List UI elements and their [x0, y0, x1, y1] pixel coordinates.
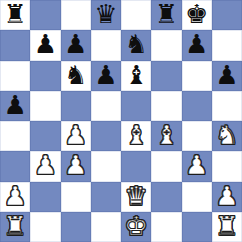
square-f1[interactable]	[151, 212, 181, 242]
square-c3[interactable]: ♟	[61, 151, 91, 181]
square-f3[interactable]	[151, 151, 181, 181]
white-pawn[interactable]: ♟	[64, 122, 87, 148]
square-h6[interactable]: ♟	[212, 61, 242, 91]
square-b2[interactable]	[30, 182, 60, 212]
square-b7[interactable]: ♟	[30, 30, 60, 60]
square-e1[interactable]: ♚	[121, 212, 151, 242]
square-f8[interactable]: ♜	[151, 0, 181, 30]
square-g5[interactable]	[182, 91, 212, 121]
square-a2[interactable]: ♟	[0, 182, 30, 212]
chess-board: ♜♛♜♚♟♟♞♟♞♟♝♟♟♟♝♝♞♟♟♟♟♛♟♜♚♜	[0, 0, 242, 242]
square-b1[interactable]	[30, 212, 60, 242]
square-c7[interactable]: ♟	[61, 30, 91, 60]
square-h8[interactable]	[212, 0, 242, 30]
white-king[interactable]: ♚	[124, 213, 147, 239]
square-b5[interactable]	[30, 91, 60, 121]
white-pawn[interactable]: ♟	[34, 152, 57, 178]
white-bishop[interactable]: ♝	[155, 122, 178, 148]
square-d7[interactable]	[91, 30, 121, 60]
square-e5[interactable]	[121, 91, 151, 121]
square-e4[interactable]: ♝	[121, 121, 151, 151]
square-a4[interactable]	[0, 121, 30, 151]
square-c6[interactable]: ♞	[61, 61, 91, 91]
white-rook[interactable]: ♜	[3, 213, 26, 239]
square-b3[interactable]: ♟	[30, 151, 60, 181]
white-rook[interactable]: ♜	[215, 213, 238, 239]
square-g4[interactable]	[182, 121, 212, 151]
square-e3[interactable]	[121, 151, 151, 181]
black-bishop[interactable]: ♝	[124, 62, 147, 88]
square-b4[interactable]	[30, 121, 60, 151]
square-g8[interactable]: ♚	[182, 0, 212, 30]
square-h7[interactable]	[212, 30, 242, 60]
square-f7[interactable]	[151, 30, 181, 60]
square-h1[interactable]: ♜	[212, 212, 242, 242]
white-pawn[interactable]: ♟	[185, 152, 208, 178]
square-b8[interactable]	[30, 0, 60, 30]
square-f6[interactable]	[151, 61, 181, 91]
white-knight[interactable]: ♞	[215, 122, 238, 148]
white-pawn[interactable]: ♟	[64, 152, 87, 178]
black-pawn[interactable]: ♟	[3, 92, 26, 118]
square-a5[interactable]: ♟	[0, 91, 30, 121]
black-knight[interactable]: ♞	[124, 31, 147, 57]
square-c5[interactable]	[61, 91, 91, 121]
square-g3[interactable]: ♟	[182, 151, 212, 181]
black-rook[interactable]: ♜	[3, 1, 26, 27]
square-e7[interactable]: ♞	[121, 30, 151, 60]
square-c8[interactable]	[61, 0, 91, 30]
black-rook[interactable]: ♜	[155, 1, 178, 27]
square-c4[interactable]: ♟	[61, 121, 91, 151]
square-d4[interactable]	[91, 121, 121, 151]
square-d6[interactable]: ♟	[91, 61, 121, 91]
white-pawn[interactable]: ♟	[3, 183, 26, 209]
square-h4[interactable]: ♞	[212, 121, 242, 151]
square-h2[interactable]: ♟	[212, 182, 242, 212]
square-a8[interactable]: ♜	[0, 0, 30, 30]
black-pawn[interactable]: ♟	[185, 31, 208, 57]
white-queen[interactable]: ♛	[124, 183, 147, 209]
square-h3[interactable]	[212, 151, 242, 181]
square-f4[interactable]: ♝	[151, 121, 181, 151]
black-queen[interactable]: ♛	[94, 1, 117, 27]
square-f2[interactable]	[151, 182, 181, 212]
square-g6[interactable]	[182, 61, 212, 91]
black-pawn[interactable]: ♟	[64, 31, 87, 57]
black-king[interactable]: ♚	[185, 1, 208, 27]
square-a3[interactable]	[0, 151, 30, 181]
square-g1[interactable]	[182, 212, 212, 242]
square-c2[interactable]	[61, 182, 91, 212]
square-d2[interactable]	[91, 182, 121, 212]
square-b6[interactable]	[30, 61, 60, 91]
black-pawn[interactable]: ♟	[215, 62, 238, 88]
square-e8[interactable]	[121, 0, 151, 30]
square-d3[interactable]	[91, 151, 121, 181]
square-a7[interactable]	[0, 30, 30, 60]
square-d1[interactable]	[91, 212, 121, 242]
black-pawn[interactable]: ♟	[94, 62, 117, 88]
black-pawn[interactable]: ♟	[34, 31, 57, 57]
square-d8[interactable]: ♛	[91, 0, 121, 30]
white-bishop[interactable]: ♝	[124, 122, 147, 148]
square-d5[interactable]	[91, 91, 121, 121]
square-a6[interactable]	[0, 61, 30, 91]
square-h5[interactable]	[212, 91, 242, 121]
square-f5[interactable]	[151, 91, 181, 121]
square-g2[interactable]	[182, 182, 212, 212]
black-knight[interactable]: ♞	[64, 62, 87, 88]
square-g7[interactable]: ♟	[182, 30, 212, 60]
square-c1[interactable]	[61, 212, 91, 242]
square-a1[interactable]: ♜	[0, 212, 30, 242]
square-e6[interactable]: ♝	[121, 61, 151, 91]
white-pawn[interactable]: ♟	[215, 183, 238, 209]
square-e2[interactable]: ♛	[121, 182, 151, 212]
